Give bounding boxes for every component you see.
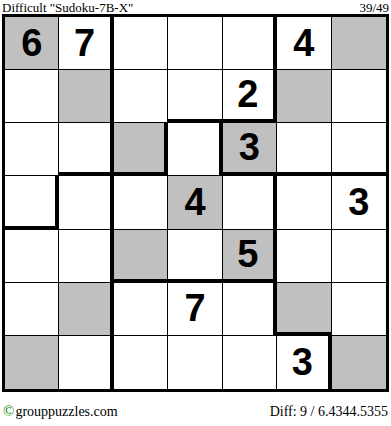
cell-r5c4[interactable] bbox=[168, 230, 222, 283]
cell-r3c5[interactable]: 3 bbox=[223, 123, 277, 176]
cell-r2c2[interactable] bbox=[59, 70, 113, 123]
cell-r2c7[interactable] bbox=[332, 70, 386, 123]
cell-r7c2[interactable] bbox=[59, 336, 113, 389]
footer-bar: ©grouppuzzles.com Diff: 9 / 6.4344.5355 bbox=[0, 403, 391, 420]
cell-r7c3[interactable] bbox=[114, 336, 168, 389]
cell-r3c2[interactable] bbox=[59, 123, 113, 176]
cell-r4c1[interactable] bbox=[5, 176, 59, 229]
cell-r3c1[interactable] bbox=[5, 123, 59, 176]
cell-r6c3[interactable] bbox=[114, 283, 168, 336]
cell-r7c7[interactable] bbox=[332, 336, 386, 389]
cell-r1c3[interactable] bbox=[114, 17, 168, 70]
cell-r3c3[interactable] bbox=[114, 123, 168, 176]
cell-r5c6[interactable] bbox=[277, 230, 331, 283]
cell-r1c2[interactable]: 7 bbox=[59, 17, 113, 70]
cell-r7c5[interactable] bbox=[223, 336, 277, 389]
cell-r1c1[interactable]: 6 bbox=[5, 17, 59, 70]
cell-r1c4[interactable] bbox=[168, 17, 222, 70]
cell-r5c1[interactable] bbox=[5, 230, 59, 283]
cell-r2c3[interactable] bbox=[114, 70, 168, 123]
site-name: grouppuzzles.com bbox=[15, 404, 117, 419]
cell-r5c7[interactable] bbox=[332, 230, 386, 283]
cell-r4c6[interactable] bbox=[277, 176, 331, 229]
progress-counter: 39/49 bbox=[359, 1, 389, 14]
cell-r4c4[interactable]: 4 bbox=[168, 176, 222, 229]
cell-r1c6[interactable]: 4 bbox=[277, 17, 331, 70]
cell-r4c3[interactable] bbox=[114, 176, 168, 229]
cell-r3c4[interactable] bbox=[168, 123, 222, 176]
copyright-icon: © bbox=[3, 403, 14, 419]
title-bar: Difficult "Sudoku-7B-X" 39/49 bbox=[0, 0, 391, 14]
cell-r4c7[interactable]: 3 bbox=[332, 176, 386, 229]
cell-r6c1[interactable] bbox=[5, 283, 59, 336]
cell-r2c1[interactable] bbox=[5, 70, 59, 123]
cell-r7c1[interactable] bbox=[5, 336, 59, 389]
cell-r5c2[interactable] bbox=[59, 230, 113, 283]
cell-r4c5[interactable] bbox=[223, 176, 277, 229]
cell-r7c4[interactable] bbox=[168, 336, 222, 389]
difficulty-label: Diff: 9 / 6.4344.5355 bbox=[270, 404, 388, 420]
cell-r6c4[interactable]: 7 bbox=[168, 283, 222, 336]
cell-r1c5[interactable] bbox=[223, 17, 277, 70]
cell-r3c6[interactable] bbox=[277, 123, 331, 176]
cell-r3c7[interactable] bbox=[332, 123, 386, 176]
copyright: ©grouppuzzles.com bbox=[3, 403, 118, 420]
cell-r6c5[interactable] bbox=[223, 283, 277, 336]
cell-r6c7[interactable] bbox=[332, 283, 386, 336]
cell-r5c5[interactable]: 5 bbox=[223, 230, 277, 283]
cell-r6c6[interactable] bbox=[277, 283, 331, 336]
cell-r1c7[interactable] bbox=[332, 17, 386, 70]
cell-r2c5[interactable]: 2 bbox=[223, 70, 277, 123]
cell-r2c4[interactable] bbox=[168, 70, 222, 123]
cell-r6c2[interactable] bbox=[59, 283, 113, 336]
cell-r4c2[interactable] bbox=[59, 176, 113, 229]
sudoku-board: 6742343573 bbox=[2, 14, 389, 392]
cell-r5c3[interactable] bbox=[114, 230, 168, 283]
cell-r2c6[interactable] bbox=[277, 70, 331, 123]
cell-r7c6[interactable]: 3 bbox=[277, 336, 331, 389]
page-title: Difficult "Sudoku-7B-X" bbox=[2, 1, 133, 14]
